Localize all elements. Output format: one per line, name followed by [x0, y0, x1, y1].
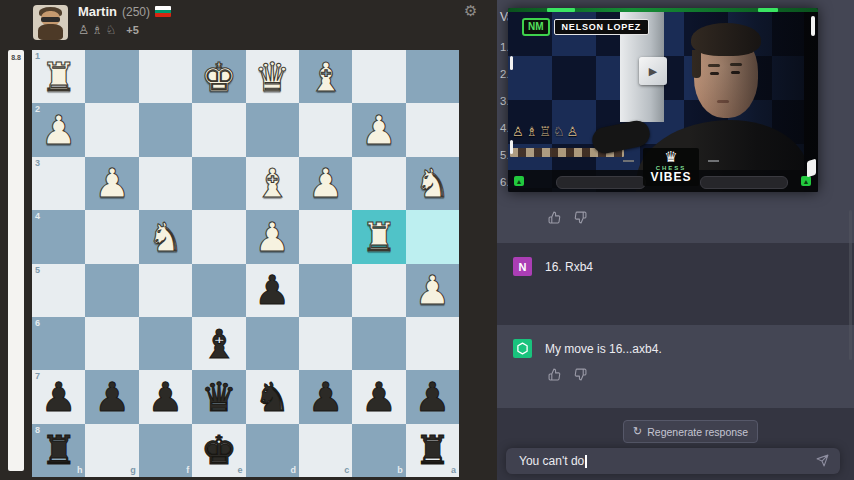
square-a8[interactable]: a♜ [406, 424, 459, 477]
square-b5[interactable] [352, 264, 405, 317]
piece-bR[interactable]: ♜ [414, 430, 450, 470]
green-indicator-left: ▲ [514, 176, 524, 186]
piece-bP[interactable]: ♟ [254, 270, 290, 310]
square-f6[interactable] [139, 317, 192, 370]
file-label-g: g [130, 466, 136, 475]
square-a7[interactable]: ♟ [406, 370, 459, 423]
file-label-c: c [344, 466, 349, 475]
regenerate-label: Regenerate response [647, 426, 748, 438]
material-advantage: +5 [126, 24, 139, 36]
square-h3[interactable]: 3 [32, 157, 85, 210]
rank-label-7: 7 [35, 372, 40, 381]
file-label-h: h [77, 466, 83, 475]
piece-wK[interactable]: ♚ [201, 57, 237, 97]
square-e3[interactable] [192, 157, 245, 210]
corner-mark-left-lower [510, 140, 513, 154]
square-f7[interactable]: ♟ [139, 370, 192, 423]
square-h7[interactable]: 7♟ [32, 370, 85, 423]
rank-label-4: 4 [35, 212, 40, 221]
square-h4[interactable]: 4 [32, 210, 85, 263]
piece-wP[interactable]: ♟ [414, 270, 450, 310]
square-g4[interactable] [85, 210, 138, 263]
square-c7[interactable]: ♟ [299, 370, 352, 423]
file-label-d: d [290, 466, 296, 475]
evaluation-bar: 8.8 [8, 50, 24, 471]
square-b7[interactable]: ♟ [352, 370, 405, 423]
square-b1[interactable] [352, 50, 405, 103]
piece-wP[interactable]: ♟ [308, 163, 344, 203]
user-message-row: N 16. Rxb4 [497, 243, 854, 325]
square-e8[interactable]: e♚ [192, 424, 245, 477]
square-f8[interactable]: f [139, 424, 192, 477]
square-g6[interactable] [85, 317, 138, 370]
composer-area: ↻ Regenerate response You can't do [497, 408, 854, 480]
user-avatar: N [513, 257, 532, 276]
square-h5[interactable]: 5 [32, 264, 85, 317]
assistant-message-text: My move is 16...axb4. [545, 342, 662, 356]
piece-bK[interactable]: ♚ [201, 430, 237, 470]
square-a2[interactable] [406, 103, 459, 156]
piece-wR[interactable]: ♜ [361, 217, 397, 257]
piece-bP[interactable]: ♟ [361, 377, 397, 417]
chess-board: 1♜♚♛♝2♟♟3♟♝♟♞4♞♟♜5♟♟6♝7♟♟♟♛♞♟♟♟8h♜gfe♚dc… [32, 50, 459, 477]
square-b6[interactable] [352, 317, 405, 370]
file-label-a: a [451, 466, 456, 475]
streamer-name-badge: NELSON LOPEZ [554, 19, 650, 35]
square-d2[interactable] [246, 103, 299, 156]
square-f2[interactable] [139, 103, 192, 156]
feedback-buttons [548, 211, 587, 224]
square-e1[interactable]: ♚ [192, 50, 245, 103]
piece-wQ[interactable]: ♛ [254, 57, 290, 97]
square-f4[interactable]: ♞ [139, 210, 192, 263]
progress-segment [758, 8, 778, 12]
piece-wN[interactable]: ♞ [148, 217, 184, 257]
square-c3[interactable]: ♟ [299, 157, 352, 210]
piece-wP[interactable]: ♟ [254, 217, 290, 257]
chatgpt-avatar [513, 339, 532, 358]
file-label-f: f [186, 466, 189, 475]
nameplate-right [700, 176, 788, 189]
square-c4[interactable] [299, 210, 352, 263]
rank-label-2: 2 [35, 105, 40, 114]
square-b8[interactable]: b [352, 424, 405, 477]
logo-side-dash-right [708, 160, 719, 162]
avatar-glasses [41, 17, 60, 22]
square-f5[interactable] [139, 264, 192, 317]
square-h8[interactable]: 8h♜ [32, 424, 85, 477]
rank-label-5: 5 [35, 266, 40, 275]
square-c6[interactable] [299, 317, 352, 370]
piece-bB[interactable]: ♝ [201, 324, 237, 364]
piece-bP[interactable]: ♟ [308, 377, 344, 417]
chat-scrollbar[interactable] [849, 210, 852, 360]
square-d3[interactable]: ♝ [246, 157, 299, 210]
send-icon[interactable] [816, 454, 829, 467]
thumbs-up-icon[interactable] [548, 368, 561, 381]
regenerate-icon: ↻ [633, 425, 642, 438]
square-e7[interactable]: ♛ [192, 370, 245, 423]
piece-bN[interactable]: ♞ [254, 377, 290, 417]
settings-gear-icon[interactable]: ⚙ [464, 2, 477, 20]
piece-wR[interactable]: ♜ [41, 57, 77, 97]
square-g7[interactable]: ♟ [85, 370, 138, 423]
piece-bP[interactable]: ♟ [41, 377, 77, 417]
square-a3[interactable]: ♞ [406, 157, 459, 210]
regenerate-response-button[interactable]: ↻ Regenerate response [623, 420, 758, 443]
logo-chess-piece-icon: ♛ [643, 150, 699, 165]
green-indicator-right: ▲ [801, 176, 811, 186]
square-b4[interactable]: ♜ [352, 210, 405, 263]
user-message-text: 16. Rxb4 [545, 260, 593, 274]
feedback-buttons [548, 368, 587, 381]
avatar-beard [38, 24, 63, 40]
chess-vibes-logo: ♛ CHESS VIBES [643, 148, 699, 186]
piece-wN[interactable]: ♞ [414, 163, 450, 203]
square-a6[interactable] [406, 317, 459, 370]
thumbs-down-icon[interactable] [574, 368, 587, 381]
file-label-b: b [397, 466, 403, 475]
piece-bQ[interactable]: ♛ [201, 377, 237, 417]
square-e5[interactable] [192, 264, 245, 317]
nm-title-badge: NM [522, 18, 550, 36]
piece-wP[interactable]: ♟ [361, 110, 397, 150]
rank-label-6: 6 [35, 319, 40, 328]
bulgaria-flag-icon [155, 6, 171, 17]
corner-mark-top-right [811, 16, 815, 36]
square-c5[interactable] [299, 264, 352, 317]
square-g2[interactable] [85, 103, 138, 156]
square-a1[interactable] [406, 50, 459, 103]
square-h6[interactable]: 6 [32, 317, 85, 370]
square-e2[interactable] [192, 103, 245, 156]
square-c1[interactable]: ♝ [299, 50, 352, 103]
piece-wP[interactable]: ♟ [41, 110, 77, 150]
evaluation-score: 8.8 [8, 54, 24, 61]
square-g3[interactable]: ♟ [85, 157, 138, 210]
square-d6[interactable] [246, 317, 299, 370]
logo-side-dash-left [623, 160, 634, 162]
square-d8[interactable]: d [246, 424, 299, 477]
message-input-value: You can't do [519, 454, 584, 468]
square-d5[interactable]: ♟ [246, 264, 299, 317]
avatar [33, 5, 68, 40]
piece-bR[interactable]: ♜ [41, 430, 77, 470]
square-b3[interactable] [352, 157, 405, 210]
square-g8[interactable]: g [85, 424, 138, 477]
square-e4[interactable] [192, 210, 245, 263]
square-h2[interactable]: 2♟ [32, 103, 85, 156]
assistant-message-row: My move is 16...axb4. [497, 325, 854, 408]
message-input[interactable]: You can't do [506, 448, 840, 474]
square-g1[interactable] [85, 50, 138, 103]
square-c8[interactable]: c [299, 424, 352, 477]
square-c2[interactable] [299, 103, 352, 156]
square-d1[interactable]: ♛ [246, 50, 299, 103]
piece-wB[interactable]: ♝ [254, 163, 290, 203]
captured-pieces-icons: ♙♗♘ [78, 23, 119, 37]
rank-label-3: 3 [35, 159, 40, 168]
square-f3[interactable] [139, 157, 192, 210]
square-h1[interactable]: 1♜ [32, 50, 85, 103]
square-a4[interactable] [406, 210, 459, 263]
progress-segment [547, 8, 575, 12]
piece-bP[interactable]: ♟ [414, 377, 450, 417]
thumbs-up-icon[interactable] [548, 211, 561, 224]
square-e6[interactable]: ♝ [192, 317, 245, 370]
square-d7[interactable]: ♞ [246, 370, 299, 423]
rank-label-8: 8 [35, 426, 40, 435]
logo-text-vibes: VIBES [643, 171, 699, 183]
corner-mark-left-upper [510, 56, 513, 70]
square-b2[interactable]: ♟ [352, 103, 405, 156]
piece-bP[interactable]: ♟ [148, 377, 184, 417]
square-f1[interactable] [139, 50, 192, 103]
square-d4[interactable]: ♟ [246, 210, 299, 263]
piece-wP[interactable]: ♟ [94, 163, 130, 203]
nameplate-left [556, 176, 646, 189]
streamer-lower-third: NM NELSON LOPEZ [522, 18, 649, 36]
rank-label-1: 1 [35, 52, 40, 61]
player-rating: (250) [122, 5, 150, 19]
square-a5[interactable]: ♟ [406, 264, 459, 317]
thumbs-down-icon[interactable] [574, 211, 587, 224]
corner-mark-bottom-right [807, 159, 816, 178]
app-window: Martin (250) ♙♗♘ +5 ⚙ 8.8 1♜♚♛♝2♟♟3♟♝♟♞4… [0, 0, 854, 480]
chatgpt-logo-icon [516, 342, 529, 355]
text-cursor [585, 455, 587, 468]
square-g5[interactable] [85, 264, 138, 317]
player-name: Martin [78, 4, 117, 19]
opponent-player-bar: Martin (250) ♙♗♘ +5 [0, 0, 497, 48]
file-label-e: e [237, 466, 242, 475]
flag-stripe-red [155, 13, 171, 17]
piece-bP[interactable]: ♟ [94, 377, 130, 417]
chatgpt-panel: Va 1.2.3.4.5.6. N 16. Rxb4 My move is 16… [497, 0, 854, 480]
piece-wB[interactable]: ♝ [308, 57, 344, 97]
